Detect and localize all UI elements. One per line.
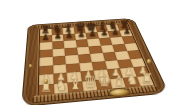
piece-bP: ♟ [89,30,97,38]
brass-foot-left [44,79,48,84]
piece-bP: ♟ [66,32,74,40]
medallion-inlay [108,87,132,98]
brass-foot-right [147,59,151,64]
square-c5 [64,47,77,56]
square-h4 [127,50,142,59]
square-a1: ♜ [39,84,54,96]
square-b7: ♟ [52,34,64,42]
square-h6 [121,36,135,44]
square-g1: ♞ [123,76,140,87]
square-b4 [52,56,65,65]
board-grid: ♜♞♝♛♚♝♞♜♟♟♟♟♟♟♟♟♟♟♟♟♟♟♟♟♜♞♝♛♚♝♞♜ [38,23,156,96]
square-h1: ♜ [136,75,154,86]
piece-wQ: ♛ [83,74,98,90]
piece-bP: ♟ [54,32,62,40]
piece-wN: ♞ [55,78,68,92]
square-f7: ♟ [97,31,110,38]
piece-bP: ♟ [100,29,107,37]
piece-wN: ♞ [127,72,139,86]
brass-foot-far-left [29,64,32,68]
piece-bP: ♟ [112,28,119,36]
square-b1: ♞ [53,82,68,94]
product-photo-scene: ♜♞♝♛♚♝♞♜♟♟♟♟♟♟♟♟♟♟♟♟♟♟♟♟♜♞♝♛♚♝♞♜ [0,0,175,105]
square-h7: ♟ [119,30,133,37]
piece-wB: ♝ [112,74,124,88]
square-c1: ♝ [67,81,83,93]
piece-bP: ♟ [77,31,85,39]
piece-wB: ♝ [69,77,82,91]
piece-wR: ♜ [140,71,152,85]
piece-wK: ♚ [97,72,112,88]
square-d1: ♛ [81,80,97,91]
piece-bP: ♟ [123,28,130,36]
piece-bP: ♟ [42,33,50,42]
